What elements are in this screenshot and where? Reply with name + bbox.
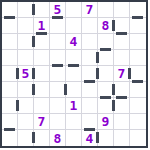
cell-r4c1[interactable] <box>2 50 18 66</box>
cell-r3c8[interactable] <box>114 34 130 50</box>
cell-r3c9[interactable] <box>130 34 146 50</box>
cell-r9c9[interactable] <box>130 130 146 146</box>
cell-r7c8[interactable] <box>114 98 130 114</box>
cell-r4c5[interactable] <box>66 50 82 66</box>
cell-r1c6[interactable]: 7 <box>82 2 98 18</box>
cell-r1c3[interactable] <box>34 2 50 18</box>
cell-r1c2[interactable] <box>18 2 34 18</box>
cell-r9c7[interactable] <box>98 130 114 146</box>
cell-r3c2[interactable] <box>18 34 34 50</box>
cell-r6c2[interactable] <box>18 82 34 98</box>
given-digit: 1 <box>70 98 78 113</box>
cell-r4c6[interactable] <box>82 50 98 66</box>
given-digit: 4 <box>86 131 94 146</box>
cell-r7c7[interactable] <box>98 98 114 114</box>
cell-r6c7[interactable] <box>98 82 114 98</box>
cell-r3c1[interactable] <box>2 34 18 50</box>
cell-r8c6[interactable] <box>82 114 98 130</box>
cell-r5c9[interactable] <box>130 66 146 82</box>
cell-grid: 571845717984 <box>2 2 146 146</box>
cell-r2c6[interactable] <box>82 18 98 34</box>
cell-r2c1[interactable] <box>2 18 18 34</box>
given-digit: 4 <box>70 34 78 49</box>
cell-r4c9[interactable] <box>130 50 146 66</box>
cell-r1c1[interactable] <box>2 2 18 18</box>
cell-r5c5[interactable] <box>66 66 82 82</box>
cell-r5c1[interactable] <box>2 66 18 82</box>
cell-r7c4[interactable] <box>50 98 66 114</box>
cell-r7c1[interactable] <box>2 98 18 114</box>
cell-r3c4[interactable] <box>50 34 66 50</box>
cell-r6c9[interactable] <box>130 82 146 98</box>
cell-r6c8[interactable] <box>114 82 130 98</box>
cell-r4c8[interactable] <box>114 50 130 66</box>
cell-r8c2[interactable] <box>18 114 34 130</box>
given-digit: 8 <box>54 131 62 146</box>
given-digit: 8 <box>102 18 110 33</box>
cell-r9c3[interactable] <box>34 130 50 146</box>
cell-r1c8[interactable] <box>114 2 130 18</box>
cell-r9c2[interactable] <box>18 130 34 146</box>
cell-r7c9[interactable] <box>130 98 146 114</box>
cell-r8c7[interactable]: 9 <box>98 114 114 130</box>
cell-r9c6[interactable]: 4 <box>82 130 98 146</box>
cell-r2c3[interactable]: 1 <box>34 18 50 34</box>
cell-r7c3[interactable] <box>34 98 50 114</box>
sudoku-board: 571845717984 <box>0 0 148 148</box>
given-digit: 9 <box>102 114 110 129</box>
cell-r6c3[interactable] <box>34 82 50 98</box>
cell-r8c3[interactable]: 7 <box>34 114 50 130</box>
cell-r3c7[interactable] <box>98 34 114 50</box>
cell-r2c8[interactable] <box>114 18 130 34</box>
given-digit: 5 <box>22 66 30 81</box>
cell-r8c1[interactable] <box>2 114 18 130</box>
cell-r3c3[interactable] <box>34 34 50 50</box>
given-digit: 7 <box>86 2 94 17</box>
cell-r4c7[interactable] <box>98 50 114 66</box>
cell-r5c8[interactable]: 7 <box>114 66 130 82</box>
given-digit: 7 <box>118 66 126 81</box>
cell-r1c9[interactable] <box>130 2 146 18</box>
cell-r4c2[interactable] <box>18 50 34 66</box>
cell-r7c6[interactable] <box>82 98 98 114</box>
cell-r4c4[interactable] <box>50 50 66 66</box>
given-digit: 7 <box>38 114 46 129</box>
cell-r5c7[interactable] <box>98 66 114 82</box>
cell-r4c3[interactable] <box>34 50 50 66</box>
cell-r1c5[interactable] <box>66 2 82 18</box>
cell-r9c5[interactable] <box>66 130 82 146</box>
cell-r2c2[interactable] <box>18 18 34 34</box>
cell-r2c7[interactable]: 8 <box>98 18 114 34</box>
cell-r8c9[interactable] <box>130 114 146 130</box>
cell-r9c1[interactable] <box>2 130 18 146</box>
cell-r6c4[interactable] <box>50 82 66 98</box>
cell-r9c8[interactable] <box>114 130 130 146</box>
cell-r6c6[interactable] <box>82 82 98 98</box>
cell-r6c5[interactable] <box>66 82 82 98</box>
cell-r5c2[interactable]: 5 <box>18 66 34 82</box>
cell-r8c5[interactable] <box>66 114 82 130</box>
cell-r7c2[interactable] <box>18 98 34 114</box>
cell-r9c4[interactable]: 8 <box>50 130 66 146</box>
cell-r6c1[interactable] <box>2 82 18 98</box>
cell-r5c3[interactable] <box>34 66 50 82</box>
cell-r3c5[interactable]: 4 <box>66 34 82 50</box>
cell-r2c5[interactable] <box>66 18 82 34</box>
cell-r3c6[interactable] <box>82 34 98 50</box>
given-digit: 1 <box>38 18 46 33</box>
cell-r2c9[interactable] <box>130 18 146 34</box>
cell-r2c4[interactable] <box>50 18 66 34</box>
cell-r5c4[interactable] <box>50 66 66 82</box>
cell-r8c4[interactable] <box>50 114 66 130</box>
cell-r1c7[interactable] <box>98 2 114 18</box>
cell-r5c6[interactable] <box>82 66 98 82</box>
cell-r8c8[interactable] <box>114 114 130 130</box>
cell-r7c5[interactable]: 1 <box>66 98 82 114</box>
cell-r1c4[interactable]: 5 <box>50 2 66 18</box>
given-digit: 5 <box>54 2 62 17</box>
